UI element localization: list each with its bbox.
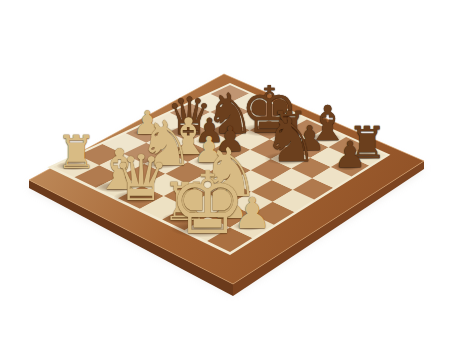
piece-black-knight-c6[interactable]: ♞ (263, 109, 318, 170)
piece-black-pawn-a7[interactable]: ♟ (334, 137, 367, 173)
piece-white-rook-h1[interactable]: ♜ (56, 130, 97, 175)
piece-white-king-b1[interactable]: ♚ (169, 160, 246, 246)
chessboard-photo: ♜♝♛♜♚♟♟♞♞♟♝♟♟♟♛♞♞♟♟♜♚♜♝ (0, 0, 450, 338)
pieces-layer: ♜♝♛♜♚♟♟♞♞♟♝♟♟♟♛♞♞♟♟♜♚♜♝ (0, 0, 450, 338)
